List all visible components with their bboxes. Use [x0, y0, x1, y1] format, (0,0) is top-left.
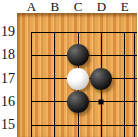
row-label-17: 17 — [0, 72, 15, 86]
stone-black-c16[interactable]: ● — [67, 91, 89, 113]
grid-line-row-15 — [32, 125, 138, 126]
column-label-d: D — [97, 0, 106, 13]
stone-white-c17[interactable]: ○ — [67, 68, 89, 90]
row-label-19: 19 — [0, 25, 15, 39]
stone-black-c18[interactable]: ● — [67, 44, 89, 66]
row-label-16: 16 — [0, 95, 15, 109]
board-right-partial-line — [134, 32, 135, 137]
column-label-a: A — [27, 0, 36, 13]
grid-line-col-b — [54, 32, 55, 137]
go-app-window: ABCDE1918171615●○●● — [0, 0, 137, 137]
grid-line-row-19 — [32, 32, 138, 33]
column-label-e: E — [121, 0, 129, 13]
star-point-d16 — [99, 99, 104, 104]
row-label-18: 18 — [0, 48, 15, 62]
row-label-15: 15 — [0, 118, 15, 132]
grid-line-col-a — [31, 32, 32, 137]
column-label-c: C — [74, 0, 83, 13]
column-label-b: B — [50, 0, 59, 13]
grid-line-col-e — [124, 32, 125, 137]
stone-black-d17[interactable]: ● — [90, 68, 112, 90]
